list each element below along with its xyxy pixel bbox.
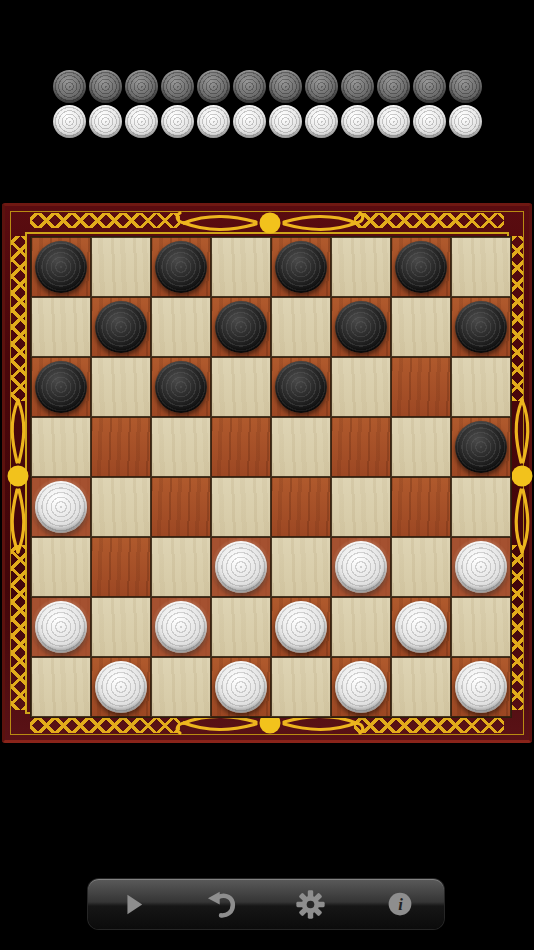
tray-piece-white: [449, 105, 482, 138]
board-square[interactable]: [451, 597, 511, 657]
board-square[interactable]: [31, 657, 91, 717]
white-man[interactable]: [35, 481, 87, 533]
white-man[interactable]: [215, 541, 267, 593]
board-square[interactable]: [271, 597, 331, 657]
board-square[interactable]: [151, 237, 211, 297]
board-square[interactable]: [331, 477, 391, 537]
white-man[interactable]: [35, 601, 87, 653]
board-square[interactable]: [91, 297, 151, 357]
board-square[interactable]: [31, 237, 91, 297]
board-square[interactable]: [91, 237, 151, 297]
captured-piece-trays: [0, 70, 534, 138]
black-man[interactable]: [275, 241, 327, 293]
board-square[interactable]: [151, 297, 211, 357]
black-man[interactable]: [455, 301, 507, 353]
board-square[interactable]: [271, 237, 331, 297]
toolbar: i: [88, 879, 444, 929]
board-square[interactable]: [331, 297, 391, 357]
board-square[interactable]: [211, 297, 271, 357]
tray-piece-white: [161, 105, 194, 138]
tray-piece-white: [125, 105, 158, 138]
svg-text:i: i: [398, 895, 403, 914]
tray-piece-white: [341, 105, 374, 138]
board-square[interactable]: [211, 417, 271, 477]
play-button[interactable]: [98, 880, 168, 928]
board-square[interactable]: [31, 537, 91, 597]
board-square[interactable]: [151, 597, 211, 657]
board-square[interactable]: [451, 477, 511, 537]
black-man[interactable]: [455, 421, 507, 473]
undo-button[interactable]: [187, 880, 257, 928]
tray-piece-white: [233, 105, 266, 138]
tray-piece-white: [89, 105, 122, 138]
board-square[interactable]: [151, 417, 211, 477]
black-man[interactable]: [155, 361, 207, 413]
tray-piece-white: [305, 105, 338, 138]
board-frame: [2, 203, 532, 743]
tray-piece-white: [269, 105, 302, 138]
undo-icon: [207, 890, 236, 919]
board-square[interactable]: [211, 657, 271, 717]
white-pieces-tray: [53, 105, 482, 138]
board-square[interactable]: [391, 297, 451, 357]
board-square[interactable]: [31, 357, 91, 417]
board-square[interactable]: [211, 537, 271, 597]
board-square[interactable]: [391, 357, 451, 417]
white-man[interactable]: [395, 601, 447, 653]
board-square[interactable]: [451, 357, 511, 417]
black-man[interactable]: [395, 241, 447, 293]
white-man[interactable]: [155, 601, 207, 653]
tray-piece-black: [197, 70, 230, 103]
board-square[interactable]: [451, 297, 511, 357]
tray-piece-black: [377, 70, 410, 103]
ornament-medallion-icon: [4, 376, 32, 576]
board-square[interactable]: [391, 477, 451, 537]
board-square[interactable]: [271, 417, 331, 477]
board-square[interactable]: [31, 477, 91, 537]
board-square[interactable]: [151, 537, 211, 597]
white-man[interactable]: [215, 661, 267, 713]
lattice-ornament: [354, 213, 504, 228]
black-man[interactable]: [335, 301, 387, 353]
board-square[interactable]: [31, 297, 91, 357]
gear-icon: [296, 890, 325, 919]
board-square[interactable]: [31, 417, 91, 477]
board-square[interactable]: [91, 417, 151, 477]
tray-piece-black: [161, 70, 194, 103]
white-man[interactable]: [335, 541, 387, 593]
board-square[interactable]: [451, 237, 511, 297]
board-square[interactable]: [271, 357, 331, 417]
play-icon: [119, 891, 146, 918]
tray-piece-black: [89, 70, 122, 103]
black-man[interactable]: [35, 361, 87, 413]
ornament-medallion-icon: [170, 209, 370, 237]
tray-piece-black: [233, 70, 266, 103]
tray-piece-black: [341, 70, 374, 103]
tray-piece-black: [413, 70, 446, 103]
white-man[interactable]: [335, 661, 387, 713]
board-square[interactable]: [91, 597, 151, 657]
white-man[interactable]: [455, 541, 507, 593]
board-square[interactable]: [391, 597, 451, 657]
board-square[interactable]: [91, 657, 151, 717]
tray-piece-black: [53, 70, 86, 103]
board-square[interactable]: [211, 597, 271, 657]
black-man[interactable]: [95, 301, 147, 353]
board-square[interactable]: [91, 477, 151, 537]
board-square[interactable]: [271, 297, 331, 357]
board-square[interactable]: [451, 537, 511, 597]
board-square[interactable]: [331, 537, 391, 597]
white-man[interactable]: [455, 661, 507, 713]
tray-piece-white: [413, 105, 446, 138]
board-square[interactable]: [151, 357, 211, 417]
tray-piece-black: [125, 70, 158, 103]
black-man[interactable]: [35, 241, 87, 293]
tray-piece-white: [53, 105, 86, 138]
board-square[interactable]: [91, 537, 151, 597]
lattice-ornament: [30, 718, 180, 733]
board-square[interactable]: [211, 477, 271, 537]
lattice-ornament: [354, 718, 504, 733]
info-icon: i: [386, 890, 414, 918]
board-square[interactable]: [211, 357, 271, 417]
board-square[interactable]: [331, 597, 391, 657]
black-man[interactable]: [215, 301, 267, 353]
board-square[interactable]: [451, 417, 511, 477]
board-square[interactable]: [31, 597, 91, 657]
board-square[interactable]: [331, 417, 391, 477]
board-square[interactable]: [391, 237, 451, 297]
board-square[interactable]: [391, 657, 451, 717]
black-man[interactable]: [155, 241, 207, 293]
tray-piece-black: [305, 70, 338, 103]
board-square[interactable]: [151, 477, 211, 537]
board-square[interactable]: [391, 537, 451, 597]
tray-piece-black: [449, 70, 482, 103]
board-square[interactable]: [391, 417, 451, 477]
lattice-ornament: [30, 213, 180, 228]
tray-piece-black: [269, 70, 302, 103]
board-square[interactable]: [211, 237, 271, 297]
board-square[interactable]: [331, 657, 391, 717]
white-man[interactable]: [95, 661, 147, 713]
board-square[interactable]: [331, 237, 391, 297]
white-man[interactable]: [275, 601, 327, 653]
tray-piece-white: [377, 105, 410, 138]
board-square[interactable]: [451, 657, 511, 717]
black-pieces-tray: [53, 70, 482, 103]
board-square[interactable]: [271, 477, 331, 537]
settings-button[interactable]: [276, 880, 346, 928]
board-square[interactable]: [91, 357, 151, 417]
tray-piece-white: [197, 105, 230, 138]
board-square[interactable]: [331, 357, 391, 417]
board-square[interactable]: [271, 657, 331, 717]
board-square[interactable]: [151, 657, 211, 717]
checkers-board: [30, 236, 512, 718]
black-man[interactable]: [275, 361, 327, 413]
info-button[interactable]: i: [365, 880, 435, 928]
board-square[interactable]: [271, 537, 331, 597]
